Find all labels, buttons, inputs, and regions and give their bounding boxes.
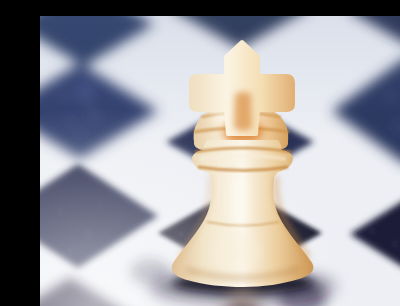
chess-scene [40, 16, 400, 306]
cross-amber-core [234, 92, 252, 131]
chess-photo: A white ivory king chess piece standing … [40, 16, 400, 306]
